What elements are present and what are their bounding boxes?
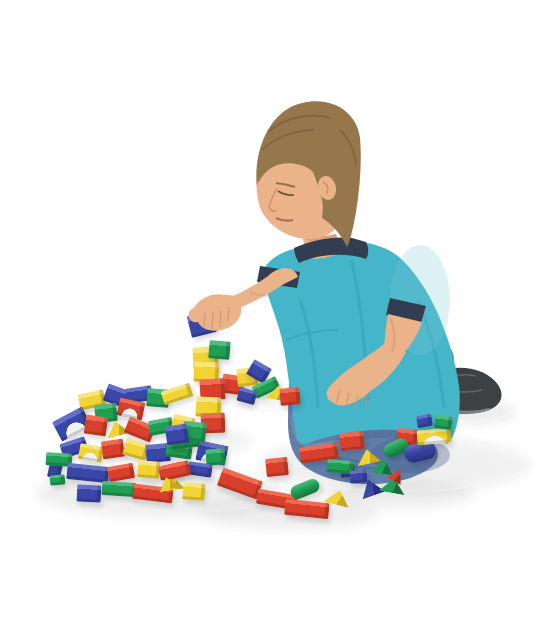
toy-block-red-cube <box>339 431 365 451</box>
toy-block-yellow-cube <box>182 482 205 500</box>
toy-block-blue-cube <box>187 310 218 338</box>
toy-block-green-rect <box>49 474 65 485</box>
toy-block-red-rect <box>161 460 192 480</box>
toy-block-green-rect <box>102 481 137 497</box>
toy-block-red-cube <box>84 414 108 436</box>
toy-block-yellow-rect <box>161 383 194 406</box>
toy-block-red-cube <box>279 387 300 406</box>
toy-block-blue-cube <box>165 423 189 445</box>
toy-block-blue-cube <box>416 414 433 428</box>
toy-block-green-cube <box>205 448 225 465</box>
toy-block-green-cube <box>434 414 453 429</box>
toy-block-red-cube <box>101 439 125 460</box>
toy-block-green-cyl <box>288 477 321 501</box>
toy-block-yellow-arch <box>416 427 451 445</box>
toy-block-blue-rect <box>187 461 213 477</box>
toy-block-blue-cube <box>349 469 367 483</box>
toy-block-blue-cube <box>77 484 102 502</box>
toy-block-green-cube <box>208 340 230 360</box>
toy-block-red-rect <box>107 462 135 481</box>
toy-block-red-cube <box>265 457 289 477</box>
toy-block-red-rect <box>217 467 263 499</box>
toy-block-red-rect <box>284 499 329 520</box>
toy-block-yellow-arch <box>78 443 104 463</box>
toy-blocks-layer <box>0 0 550 630</box>
product-photo <box>0 0 550 630</box>
